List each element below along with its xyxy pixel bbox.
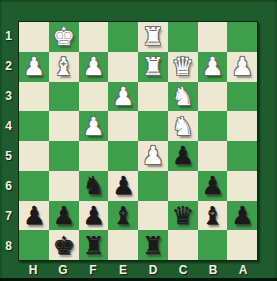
white-knight: ♞ — [171, 84, 193, 109]
white-bishop: ♝ — [52, 54, 74, 79]
square-c4[interactable]: ♞ — [168, 111, 198, 141]
square-c8[interactable] — [168, 230, 198, 260]
square-h8[interactable] — [19, 230, 49, 260]
square-d1[interactable]: ♜ — [138, 22, 168, 52]
file-label-e: E — [108, 262, 138, 279]
black-rook: ♜ — [142, 233, 164, 258]
chess-diagram: ♚♜♟♝♟♜♛♟♟♟♞♟♞♟♟♞♟♟♟♟♟♝♛♝♟♚♜♜ 12345678 HG… — [0, 0, 277, 281]
square-f8[interactable]: ♜ — [79, 230, 109, 260]
square-a4[interactable] — [227, 111, 257, 141]
square-c2[interactable]: ♛ — [168, 52, 198, 82]
file-label-c: C — [168, 262, 198, 279]
black-pawn: ♟ — [231, 203, 253, 228]
black-bishop: ♝ — [112, 203, 134, 228]
square-f4[interactable]: ♟ — [79, 111, 109, 141]
square-d8[interactable]: ♜ — [138, 230, 168, 260]
square-g6[interactable] — [49, 171, 79, 201]
square-h2[interactable]: ♟ — [19, 52, 49, 82]
square-f1[interactable] — [79, 22, 109, 52]
square-a5[interactable] — [227, 141, 257, 171]
file-label-b: B — [198, 262, 228, 279]
square-c3[interactable]: ♞ — [168, 82, 198, 112]
rank-label-4: 4 — [0, 111, 17, 141]
file-label-f: F — [78, 262, 108, 279]
rank-label-8: 8 — [0, 231, 17, 261]
square-a2[interactable]: ♟ — [227, 52, 257, 82]
rank-label-7: 7 — [0, 201, 17, 231]
white-pawn: ♟ — [201, 54, 223, 79]
square-f5[interactable] — [79, 141, 109, 171]
black-pawn: ♟ — [23, 203, 45, 228]
square-g5[interactable] — [49, 141, 79, 171]
rank-label-6: 6 — [0, 171, 17, 201]
square-h3[interactable] — [19, 82, 49, 112]
black-pawn: ♟ — [112, 173, 134, 198]
black-bishop: ♝ — [201, 203, 223, 228]
square-g8[interactable]: ♚ — [49, 230, 79, 260]
square-e6[interactable]: ♟ — [108, 171, 138, 201]
black-pawn: ♟ — [171, 143, 193, 168]
square-e2[interactable] — [108, 52, 138, 82]
square-f6[interactable]: ♞ — [79, 171, 109, 201]
square-f2[interactable]: ♟ — [79, 52, 109, 82]
white-king: ♚ — [52, 24, 74, 49]
black-pawn: ♟ — [52, 203, 74, 228]
white-queen: ♛ — [171, 54, 193, 79]
rank-label-5: 5 — [0, 141, 17, 171]
black-queen: ♛ — [171, 203, 193, 228]
file-label-h: H — [18, 262, 48, 279]
square-g2[interactable]: ♝ — [49, 52, 79, 82]
square-d7[interactable] — [138, 201, 168, 231]
rank-label-1: 1 — [0, 21, 17, 51]
square-g1[interactable]: ♚ — [49, 22, 79, 52]
square-g3[interactable] — [49, 82, 79, 112]
square-a7[interactable]: ♟ — [227, 201, 257, 231]
square-b3[interactable] — [198, 82, 228, 112]
square-d3[interactable] — [138, 82, 168, 112]
square-f7[interactable]: ♟ — [79, 201, 109, 231]
black-pawn: ♟ — [82, 203, 104, 228]
square-c1[interactable] — [168, 22, 198, 52]
rank-label-2: 2 — [0, 51, 17, 81]
square-h4[interactable] — [19, 111, 49, 141]
square-a8[interactable] — [227, 230, 257, 260]
square-d6[interactable] — [138, 171, 168, 201]
square-f3[interactable] — [79, 82, 109, 112]
chess-board: ♚♜♟♝♟♜♛♟♟♟♞♟♞♟♟♞♟♟♟♟♟♝♛♝♟♚♜♜ — [18, 21, 258, 261]
square-d2[interactable]: ♜ — [138, 52, 168, 82]
square-b1[interactable] — [198, 22, 228, 52]
square-b5[interactable] — [198, 141, 228, 171]
rank-label-3: 3 — [0, 81, 17, 111]
square-g7[interactable]: ♟ — [49, 201, 79, 231]
square-e5[interactable] — [108, 141, 138, 171]
square-c6[interactable] — [168, 171, 198, 201]
black-king: ♚ — [52, 233, 74, 258]
white-pawn: ♟ — [23, 54, 45, 79]
square-g4[interactable] — [49, 111, 79, 141]
square-a1[interactable] — [227, 22, 257, 52]
white-knight: ♞ — [171, 114, 193, 139]
square-b7[interactable]: ♝ — [198, 201, 228, 231]
square-e7[interactable]: ♝ — [108, 201, 138, 231]
square-b6[interactable]: ♟ — [198, 171, 228, 201]
square-e1[interactable] — [108, 22, 138, 52]
square-b8[interactable] — [198, 230, 228, 260]
white-pawn: ♟ — [82, 114, 104, 139]
white-rook: ♜ — [142, 24, 164, 49]
square-e3[interactable]: ♟ — [108, 82, 138, 112]
square-e4[interactable] — [108, 111, 138, 141]
square-h6[interactable] — [19, 171, 49, 201]
file-label-a: A — [228, 262, 258, 279]
file-label-g: G — [48, 262, 78, 279]
black-rook: ♜ — [82, 233, 104, 258]
square-d4[interactable] — [138, 111, 168, 141]
square-h5[interactable] — [19, 141, 49, 171]
square-c7[interactable]: ♛ — [168, 201, 198, 231]
black-pawn: ♟ — [201, 173, 223, 198]
white-pawn: ♟ — [231, 54, 253, 79]
square-d5[interactable]: ♟ — [138, 141, 168, 171]
white-pawn: ♟ — [112, 84, 134, 109]
square-b4[interactable] — [198, 111, 228, 141]
file-label-d: D — [138, 262, 168, 279]
square-h1[interactable] — [19, 22, 49, 52]
white-pawn: ♟ — [82, 54, 104, 79]
square-a3[interactable] — [227, 82, 257, 112]
white-rook: ♜ — [142, 54, 164, 79]
square-h7[interactable]: ♟ — [19, 201, 49, 231]
square-b2[interactable]: ♟ — [198, 52, 228, 82]
square-a6[interactable] — [227, 171, 257, 201]
square-c5[interactable]: ♟ — [168, 141, 198, 171]
black-knight: ♞ — [82, 173, 104, 198]
square-e8[interactable] — [108, 230, 138, 260]
white-pawn: ♟ — [142, 143, 164, 168]
